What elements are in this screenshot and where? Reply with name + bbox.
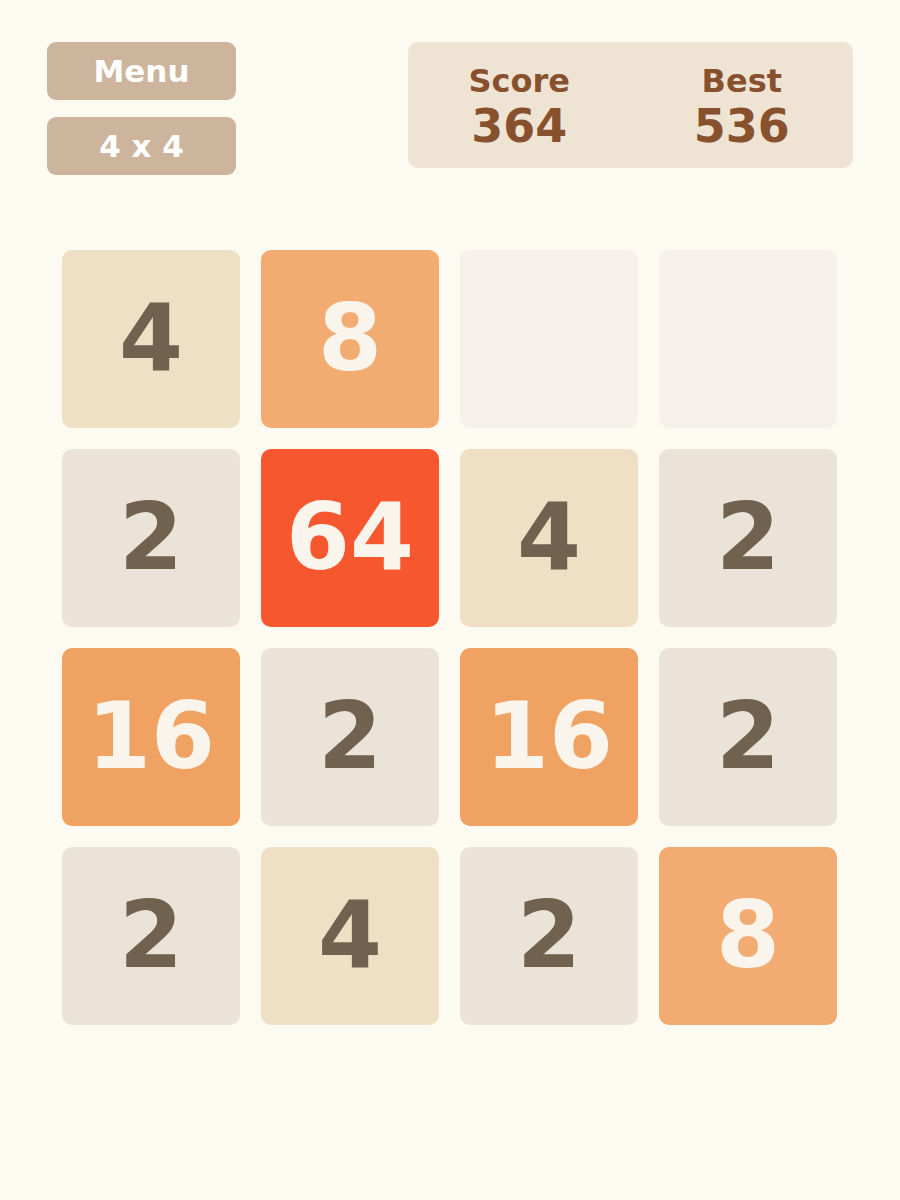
- tile-4-r4c2: 4: [261, 847, 439, 1025]
- tile-2-r2c4: 2: [659, 449, 837, 627]
- score-value: 364: [471, 100, 567, 153]
- best-stat: Best 536: [631, 57, 854, 153]
- board-size-button[interactable]: 4 x 4: [47, 117, 236, 175]
- tile-64-r2c2: 64: [261, 449, 439, 627]
- empty-cell-r1c4: [659, 250, 837, 428]
- menu-button[interactable]: Menu: [47, 42, 236, 100]
- tile-16-r3c3: 16: [460, 648, 638, 826]
- tile-2-r3c4: 2: [659, 648, 837, 826]
- tile-8-r1c2: 8: [261, 250, 439, 428]
- score-label: Score: [469, 63, 570, 100]
- tile-4-r2c3: 4: [460, 449, 638, 627]
- empty-cell-r1c3: [460, 250, 638, 428]
- tile-2-r2c1: 2: [62, 449, 240, 627]
- board[interactable]: 48264421621622428: [62, 250, 837, 1025]
- score-stat: Score 364: [408, 57, 631, 153]
- tile-16-r3c1: 16: [62, 648, 240, 826]
- tile-2-r3c2: 2: [261, 648, 439, 826]
- tile-8-r4c4: 8: [659, 847, 837, 1025]
- tile-2-r4c3: 2: [460, 847, 638, 1025]
- tile-2-r4c1: 2: [62, 847, 240, 1025]
- best-label: Best: [702, 63, 782, 100]
- best-value: 536: [694, 100, 790, 153]
- tile-4-r1c1: 4: [62, 250, 240, 428]
- score-panel: Score 364 Best 536: [408, 42, 853, 168]
